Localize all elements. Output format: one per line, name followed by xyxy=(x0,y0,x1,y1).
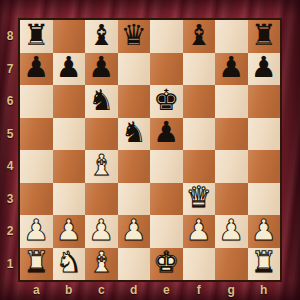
file-label-d: d xyxy=(118,280,151,300)
white-pawn-piece[interactable]: ♟ xyxy=(121,216,147,245)
white-pawn-piece[interactable]: ♟ xyxy=(186,216,212,245)
square-b5[interactable] xyxy=(53,118,86,151)
chess-diagram: 87654321 abcdefgh ♜♝♛♝♜♟♟♟♟♟♞♚♞♟♝♛♟♟♟♟♟♟… xyxy=(0,0,300,300)
square-e8[interactable] xyxy=(150,20,183,53)
square-g7[interactable]: ♟ xyxy=(215,53,248,86)
square-c7[interactable]: ♟ xyxy=(85,53,118,86)
square-f8[interactable]: ♝ xyxy=(183,20,216,53)
square-e4[interactable] xyxy=(150,150,183,183)
square-a5[interactable] xyxy=(20,118,53,151)
square-b6[interactable] xyxy=(53,85,86,118)
rank-label-6: 6 xyxy=(0,85,20,118)
square-a8[interactable]: ♜ xyxy=(20,20,53,53)
file-label-h: h xyxy=(248,280,281,300)
square-g3[interactable] xyxy=(215,183,248,216)
black-king-piece[interactable]: ♚ xyxy=(153,86,179,115)
square-e3[interactable] xyxy=(150,183,183,216)
white-pawn-piece[interactable]: ♟ xyxy=(88,216,114,245)
square-f6[interactable] xyxy=(183,85,216,118)
square-g2[interactable]: ♟ xyxy=(215,215,248,248)
square-d6[interactable] xyxy=(118,85,151,118)
square-c8[interactable]: ♝ xyxy=(85,20,118,53)
black-rook-piece[interactable]: ♜ xyxy=(251,21,277,50)
square-b2[interactable]: ♟ xyxy=(53,215,86,248)
square-h8[interactable]: ♜ xyxy=(248,20,281,53)
square-g8[interactable] xyxy=(215,20,248,53)
square-d4[interactable] xyxy=(118,150,151,183)
square-f2[interactable]: ♟ xyxy=(183,215,216,248)
rank-label-4: 4 xyxy=(0,150,20,183)
square-a3[interactable] xyxy=(20,183,53,216)
square-c6[interactable]: ♞ xyxy=(85,85,118,118)
white-bishop-piece[interactable]: ♝ xyxy=(88,248,114,277)
white-pawn-piece[interactable]: ♟ xyxy=(251,216,277,245)
square-h6[interactable] xyxy=(248,85,281,118)
square-c2[interactable]: ♟ xyxy=(85,215,118,248)
rank-label-7: 7 xyxy=(0,53,20,86)
square-f5[interactable] xyxy=(183,118,216,151)
square-b4[interactable] xyxy=(53,150,86,183)
black-pawn-piece[interactable]: ♟ xyxy=(56,53,82,82)
file-label-f: f xyxy=(183,280,216,300)
white-knight-piece[interactable]: ♞ xyxy=(56,248,82,277)
black-queen-piece[interactable]: ♛ xyxy=(121,21,147,50)
square-e6[interactable]: ♚ xyxy=(150,85,183,118)
square-b3[interactable] xyxy=(53,183,86,216)
black-pawn-piece[interactable]: ♟ xyxy=(251,53,277,82)
square-a4[interactable] xyxy=(20,150,53,183)
square-g4[interactable] xyxy=(215,150,248,183)
black-knight-piece[interactable]: ♞ xyxy=(88,86,114,115)
square-c1[interactable]: ♝ xyxy=(85,248,118,281)
square-e2[interactable] xyxy=(150,215,183,248)
white-rook-piece[interactable]: ♜ xyxy=(23,248,49,277)
white-queen-piece[interactable]: ♛ xyxy=(186,183,212,212)
square-c5[interactable] xyxy=(85,118,118,151)
file-label-c: c xyxy=(85,280,118,300)
square-c3[interactable] xyxy=(85,183,118,216)
black-bishop-piece[interactable]: ♝ xyxy=(186,21,212,50)
square-b7[interactable]: ♟ xyxy=(53,53,86,86)
square-c4[interactable]: ♝ xyxy=(85,150,118,183)
square-f4[interactable] xyxy=(183,150,216,183)
square-f3[interactable]: ♛ xyxy=(183,183,216,216)
rank-label-1: 1 xyxy=(0,248,20,281)
black-rook-piece[interactable]: ♜ xyxy=(23,21,49,50)
square-a1[interactable]: ♜ xyxy=(20,248,53,281)
square-d8[interactable]: ♛ xyxy=(118,20,151,53)
white-pawn-piece[interactable]: ♟ xyxy=(56,216,82,245)
square-e1[interactable]: ♚ xyxy=(150,248,183,281)
square-h1[interactable]: ♜ xyxy=(248,248,281,281)
square-f1[interactable] xyxy=(183,248,216,281)
square-h4[interactable] xyxy=(248,150,281,183)
square-h3[interactable] xyxy=(248,183,281,216)
rank-label-3: 3 xyxy=(0,183,20,216)
white-pawn-piece[interactable]: ♟ xyxy=(218,216,244,245)
square-e7[interactable] xyxy=(150,53,183,86)
black-pawn-piece[interactable]: ♟ xyxy=(23,53,49,82)
square-a6[interactable] xyxy=(20,85,53,118)
square-b1[interactable]: ♞ xyxy=(53,248,86,281)
black-pawn-piece[interactable]: ♟ xyxy=(88,53,114,82)
white-pawn-piece[interactable]: ♟ xyxy=(23,216,49,245)
white-rook-piece[interactable]: ♜ xyxy=(251,248,277,277)
file-label-g: g xyxy=(215,280,248,300)
square-f7[interactable] xyxy=(183,53,216,86)
black-knight-piece[interactable]: ♞ xyxy=(121,118,147,147)
white-bishop-piece[interactable]: ♝ xyxy=(88,151,114,180)
square-d5[interactable]: ♞ xyxy=(118,118,151,151)
square-d1[interactable] xyxy=(118,248,151,281)
file-label-a: a xyxy=(20,280,53,300)
square-d7[interactable] xyxy=(118,53,151,86)
square-h7[interactable]: ♟ xyxy=(248,53,281,86)
square-g1[interactable] xyxy=(215,248,248,281)
rank-labels: 87654321 xyxy=(0,20,20,280)
square-h5[interactable] xyxy=(248,118,281,151)
black-bishop-piece[interactable]: ♝ xyxy=(88,21,114,50)
square-g6[interactable] xyxy=(215,85,248,118)
square-g5[interactable] xyxy=(215,118,248,151)
black-pawn-piece[interactable]: ♟ xyxy=(153,118,179,147)
square-a7[interactable]: ♟ xyxy=(20,53,53,86)
square-d2[interactable]: ♟ xyxy=(118,215,151,248)
square-b8[interactable] xyxy=(53,20,86,53)
square-a2[interactable]: ♟ xyxy=(20,215,53,248)
white-king-piece[interactable]: ♚ xyxy=(153,248,179,277)
rank-label-5: 5 xyxy=(0,118,20,151)
rank-label-8: 8 xyxy=(0,20,20,53)
black-pawn-piece[interactable]: ♟ xyxy=(218,53,244,82)
rank-label-2: 2 xyxy=(0,215,20,248)
chessboard: ♜♝♛♝♜♟♟♟♟♟♞♚♞♟♝♛♟♟♟♟♟♟♟♜♞♝♚♜ xyxy=(20,20,280,280)
square-h2[interactable]: ♟ xyxy=(248,215,281,248)
file-labels: abcdefgh xyxy=(20,280,280,300)
file-label-b: b xyxy=(53,280,86,300)
square-d3[interactable] xyxy=(118,183,151,216)
file-label-e: e xyxy=(150,280,183,300)
square-e5[interactable]: ♟ xyxy=(150,118,183,151)
